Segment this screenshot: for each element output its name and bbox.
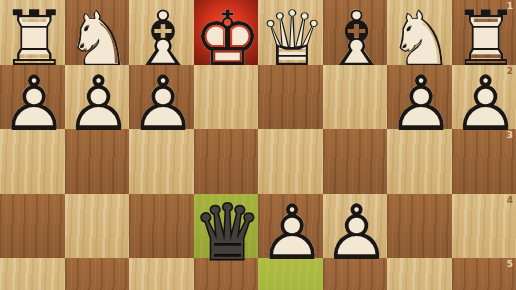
square-g1[interactable]: ♞♘ [65,0,130,65]
white-piece-outline-layer: ♗ [323,1,391,77]
white-piece-outline-layer: ♕ [258,1,326,77]
square-f4[interactable] [129,194,194,259]
white-piece-outline-layer: ♙ [387,66,455,142]
square-c1[interactable]: ♝♗ [323,0,388,65]
piece-bQ-e4[interactable]: ♛♛ [194,195,262,271]
black-piece-outline-layer: ♛ [194,195,262,271]
white-piece-outline-layer: ♙ [65,66,133,142]
white-piece-outline-layer: ♙ [258,195,326,271]
piece-wP-c4[interactable]: ♟♙ [323,195,391,271]
rank-label-4: 4 [507,195,513,205]
screenshot-root: ♜♖♞♘♝♗♚♔♛♕♝♗♞♘♜♖♟♙♟♙♟♙♟♙♟♙♛♛♟♙♟♙ 12345 [0,0,516,290]
square-f1[interactable]: ♝♗ [129,0,194,65]
chess-board: ♜♖♞♘♝♗♚♔♛♕♝♗♞♘♜♖♟♙♟♙♟♙♟♙♟♙♛♛♟♙♟♙ 12345 [0,0,516,290]
square-d1[interactable]: ♛♕ [258,0,323,65]
square-b5[interactable] [387,258,452,290]
white-piece-outline-layer: ♔ [194,1,262,77]
square-c3[interactable] [323,129,388,194]
square-b2[interactable]: ♟♙ [387,65,452,130]
square-d3[interactable] [258,129,323,194]
square-h1[interactable]: ♜♖ [0,0,65,65]
square-f2[interactable]: ♟♙ [129,65,194,130]
white-piece-outline-layer: ♙ [0,66,68,142]
rank-label-2: 2 [507,66,513,76]
board-squares: ♜♖♞♘♝♗♚♔♛♕♝♗♞♘♜♖♟♙♟♙♟♙♟♙♟♙♛♛♟♙♟♙ [0,0,516,290]
square-f5[interactable] [129,258,194,290]
rank-label-5: 5 [507,259,513,269]
piece-wP-f2[interactable]: ♟♙ [129,66,197,142]
white-piece-outline-layer: ♙ [129,66,197,142]
square-e1[interactable]: ♚♔ [194,0,259,65]
square-g2[interactable]: ♟♙ [65,65,130,130]
square-h5[interactable] [0,258,65,290]
square-g4[interactable] [65,194,130,259]
square-h4[interactable] [0,194,65,259]
piece-wP-h2[interactable]: ♟♙ [0,66,68,142]
square-b1[interactable]: ♞♘ [387,0,452,65]
piece-wB-c1[interactable]: ♝♗ [323,1,391,77]
piece-wP-b2[interactable]: ♟♙ [387,66,455,142]
piece-wP-g2[interactable]: ♟♙ [65,66,133,142]
white-piece-outline-layer: ♙ [323,195,391,271]
square-b4[interactable] [387,194,452,259]
square-c4[interactable]: ♟♙ [323,194,388,259]
square-d4[interactable]: ♟♙ [258,194,323,259]
piece-wQ-d1[interactable]: ♛♕ [258,1,326,77]
square-g5[interactable] [65,258,130,290]
piece-wK-e1[interactable]: ♚♔ [194,1,262,77]
piece-wP-d4[interactable]: ♟♙ [258,195,326,271]
square-e3[interactable] [194,129,259,194]
rank-label-3: 3 [507,130,513,140]
rank-label-1: 1 [507,1,513,11]
square-h2[interactable]: ♟♙ [0,65,65,130]
square-e4[interactable]: ♛♛ [194,194,259,259]
